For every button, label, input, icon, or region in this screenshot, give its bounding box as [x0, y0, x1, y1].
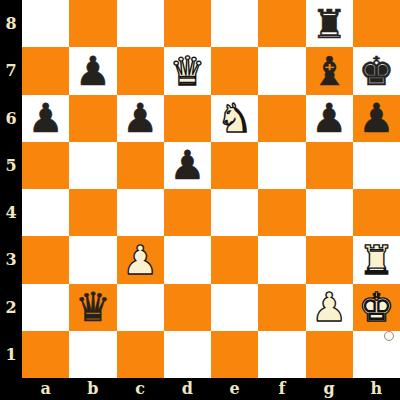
file-label-d: d	[164, 378, 211, 400]
square-c5[interactable]	[117, 142, 164, 189]
square-a4[interactable]	[22, 189, 69, 236]
square-a1[interactable]	[22, 331, 69, 378]
black-pawn[interactable]: ♟	[164, 142, 211, 189]
square-g3[interactable]	[306, 236, 353, 283]
black-rook[interactable]: ♜	[306, 0, 353, 47]
square-c6[interactable]: ♟	[117, 95, 164, 142]
square-b2[interactable]: ♛	[69, 284, 116, 331]
square-d4[interactable]	[164, 189, 211, 236]
square-b3[interactable]	[69, 236, 116, 283]
black-queen[interactable]: ♛	[69, 284, 116, 331]
square-d6[interactable]	[164, 95, 211, 142]
square-d5[interactable]: ♟	[164, 142, 211, 189]
square-b8[interactable]	[69, 0, 116, 47]
square-e5[interactable]	[211, 142, 258, 189]
square-a5[interactable]	[22, 142, 69, 189]
square-e1[interactable]	[211, 331, 258, 378]
square-e2[interactable]	[211, 284, 258, 331]
white-queen[interactable]: ♛	[164, 47, 211, 94]
rank-label-2: 2	[0, 284, 22, 331]
square-g7[interactable]: ♝	[306, 47, 353, 94]
square-h5[interactable]	[353, 142, 400, 189]
chess-diagram: 87654321 ♜♟♛♝♚♟♟♞♟♟♟♟♜♛♟♚ abcdefgh	[0, 0, 400, 400]
square-h7[interactable]: ♚	[353, 47, 400, 94]
square-f4[interactable]	[258, 189, 305, 236]
white-rook[interactable]: ♜	[353, 236, 400, 283]
square-h3[interactable]: ♜	[353, 236, 400, 283]
rank-label-7: 7	[0, 47, 22, 94]
rank-label-8: 8	[0, 0, 22, 47]
file-label-c: c	[117, 378, 164, 400]
white-pawn[interactable]: ♟	[306, 284, 353, 331]
square-g2[interactable]: ♟	[306, 284, 353, 331]
square-d7[interactable]: ♛	[164, 47, 211, 94]
file-label-e: e	[211, 378, 258, 400]
square-h4[interactable]	[353, 189, 400, 236]
square-b4[interactable]	[69, 189, 116, 236]
square-h2[interactable]: ♚	[353, 284, 400, 331]
rank-label-4: 4	[0, 189, 22, 236]
square-d2[interactable]	[164, 284, 211, 331]
square-a6[interactable]: ♟	[22, 95, 69, 142]
square-f1[interactable]	[258, 331, 305, 378]
square-c2[interactable]	[117, 284, 164, 331]
square-f3[interactable]	[258, 236, 305, 283]
black-pawn[interactable]: ♟	[22, 95, 69, 142]
square-g8[interactable]: ♜	[306, 0, 353, 47]
square-a7[interactable]	[22, 47, 69, 94]
square-b6[interactable]	[69, 95, 116, 142]
file-label-f: f	[258, 378, 305, 400]
square-h8[interactable]	[353, 0, 400, 47]
black-pawn[interactable]: ♟	[69, 47, 116, 94]
black-king[interactable]: ♚	[353, 47, 400, 94]
square-c4[interactable]	[117, 189, 164, 236]
square-g4[interactable]	[306, 189, 353, 236]
square-f6[interactable]	[258, 95, 305, 142]
rank-label-3: 3	[0, 236, 22, 283]
square-d8[interactable]	[164, 0, 211, 47]
file-label-g: g	[306, 378, 353, 400]
square-g5[interactable]	[306, 142, 353, 189]
file-label-b: b	[69, 378, 116, 400]
black-pawn[interactable]: ♟	[353, 95, 400, 142]
square-c8[interactable]	[117, 0, 164, 47]
black-bishop[interactable]: ♝	[306, 47, 353, 94]
file-label-h: h	[353, 378, 400, 400]
square-c1[interactable]	[117, 331, 164, 378]
square-g6[interactable]: ♟	[306, 95, 353, 142]
square-e4[interactable]	[211, 189, 258, 236]
square-c7[interactable]	[117, 47, 164, 94]
square-f5[interactable]	[258, 142, 305, 189]
square-h6[interactable]: ♟	[353, 95, 400, 142]
square-e8[interactable]	[211, 0, 258, 47]
square-b1[interactable]	[69, 331, 116, 378]
square-g1[interactable]	[306, 331, 353, 378]
square-e6[interactable]: ♞	[211, 95, 258, 142]
square-f7[interactable]	[258, 47, 305, 94]
square-b5[interactable]	[69, 142, 116, 189]
square-d3[interactable]	[164, 236, 211, 283]
white-king[interactable]: ♚	[353, 284, 400, 331]
square-f8[interactable]	[258, 0, 305, 47]
white-knight[interactable]: ♞	[211, 95, 258, 142]
white-pawn[interactable]: ♟	[117, 236, 164, 283]
file-labels: abcdefgh	[22, 378, 400, 400]
square-a2[interactable]	[22, 284, 69, 331]
square-d1[interactable]	[164, 331, 211, 378]
rank-labels: 87654321	[0, 0, 22, 378]
square-a3[interactable]	[22, 236, 69, 283]
square-c3[interactable]: ♟	[117, 236, 164, 283]
white-to-move-indicator	[384, 331, 394, 341]
square-e7[interactable]	[211, 47, 258, 94]
rank-label-1: 1	[0, 331, 22, 378]
square-a8[interactable]	[22, 0, 69, 47]
square-f2[interactable]	[258, 284, 305, 331]
chess-board[interactable]: ♜♟♛♝♚♟♟♞♟♟♟♟♜♛♟♚	[22, 0, 400, 378]
square-b7[interactable]: ♟	[69, 47, 116, 94]
file-label-a: a	[22, 378, 69, 400]
rank-label-6: 6	[0, 95, 22, 142]
square-e3[interactable]	[211, 236, 258, 283]
black-pawn[interactable]: ♟	[306, 95, 353, 142]
rank-label-5: 5	[0, 142, 22, 189]
black-pawn[interactable]: ♟	[117, 95, 164, 142]
